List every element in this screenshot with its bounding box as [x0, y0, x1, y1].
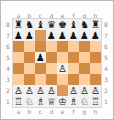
- square-b5[interactable]: [24, 52, 35, 63]
- square-g7-piece-p[interactable]: ♟: [79, 30, 90, 41]
- square-g6[interactable]: [79, 41, 90, 52]
- square-f4[interactable]: [68, 63, 79, 74]
- square-b1-piece-N[interactable]: ♘: [24, 96, 35, 107]
- square-a2-piece-P[interactable]: ♙: [13, 85, 24, 96]
- square-a7-piece-p[interactable]: ♟: [13, 30, 24, 41]
- file-label-g: g: [79, 108, 90, 115]
- file-label-g: g: [79, 12, 90, 19]
- square-h3[interactable]: [90, 74, 101, 85]
- square-g5[interactable]: [79, 52, 90, 63]
- rank-label-1: 1: [4, 96, 12, 107]
- rank-label-4: 4: [4, 63, 12, 74]
- square-e4-piece-P[interactable]: ♙: [57, 63, 68, 74]
- square-d4[interactable]: [46, 63, 57, 74]
- chess-board[interactable]: ♜♞♝♛♚♝♞♜♟♟♟♟♟♟♟♟♙♙♙♙♙♙♙♙♖♘♗♕♔♗♘♖: [13, 19, 101, 107]
- chess-widget: { "game": "chess", "position": { "fen": …: [0, 0, 114, 120]
- file-label-f: f: [68, 12, 79, 19]
- square-e8-piece-k[interactable]: ♚: [57, 19, 68, 30]
- file-label-h: h: [90, 108, 101, 115]
- square-c1-piece-B[interactable]: ♗: [35, 96, 46, 107]
- square-h8-piece-r[interactable]: ♜: [90, 19, 101, 30]
- square-g4[interactable]: [79, 63, 90, 74]
- square-e7-piece-p[interactable]: ♟: [57, 30, 68, 41]
- square-c5-piece-p[interactable]: ♟: [35, 52, 46, 63]
- square-h2-piece-P[interactable]: ♙: [90, 85, 101, 96]
- rank-label-4: 4: [102, 63, 110, 74]
- file-label-a: a: [13, 108, 24, 115]
- square-h1-piece-R[interactable]: ♖: [90, 96, 101, 107]
- square-d1-piece-Q[interactable]: ♕: [46, 96, 57, 107]
- file-label-c: c: [35, 108, 46, 115]
- square-d6[interactable]: [46, 41, 57, 52]
- rank-label-6: 6: [4, 41, 12, 52]
- square-a4[interactable]: [13, 63, 24, 74]
- rank-label-5: 5: [4, 52, 12, 63]
- square-b4[interactable]: [24, 63, 35, 74]
- rank-labels-left: 87654321: [4, 19, 12, 107]
- square-e2[interactable]: [57, 85, 68, 96]
- square-d7-piece-p[interactable]: ♟: [46, 30, 57, 41]
- square-d3[interactable]: [46, 74, 57, 85]
- file-label-c: c: [35, 12, 46, 19]
- square-h7-piece-p[interactable]: ♟: [90, 30, 101, 41]
- square-h5[interactable]: [90, 52, 101, 63]
- rank-label-7: 7: [102, 30, 110, 41]
- square-a5[interactable]: [13, 52, 24, 63]
- square-f8-piece-b[interactable]: ♝: [68, 19, 79, 30]
- rank-label-2: 2: [4, 85, 12, 96]
- rank-label-5: 5: [102, 52, 110, 63]
- square-h6[interactable]: [90, 41, 101, 52]
- rank-label-3: 3: [102, 74, 110, 85]
- square-a6[interactable]: [13, 41, 24, 52]
- square-a3[interactable]: [13, 74, 24, 85]
- square-e5[interactable]: [57, 52, 68, 63]
- square-d5[interactable]: [46, 52, 57, 63]
- rank-label-7: 7: [4, 30, 12, 41]
- square-c7[interactable]: [35, 30, 46, 41]
- square-e6[interactable]: [57, 41, 68, 52]
- rank-label-6: 6: [102, 41, 110, 52]
- file-labels-bottom: abcdefgh: [13, 108, 101, 115]
- square-g2-piece-P[interactable]: ♙: [79, 85, 90, 96]
- rank-label-1: 1: [102, 96, 110, 107]
- square-g8-piece-n[interactable]: ♞: [79, 19, 90, 30]
- square-d2-piece-P[interactable]: ♙: [46, 85, 57, 96]
- file-label-d: d: [46, 12, 57, 19]
- square-b8-piece-n[interactable]: ♞: [24, 19, 35, 30]
- square-c3[interactable]: [35, 74, 46, 85]
- square-e1-piece-K[interactable]: ♔: [57, 96, 68, 107]
- square-a8-piece-r[interactable]: ♜: [13, 19, 24, 30]
- square-c2-piece-P[interactable]: ♙: [35, 85, 46, 96]
- file-label-a: a: [13, 12, 24, 19]
- file-label-d: d: [46, 108, 57, 115]
- square-f2-piece-P[interactable]: ♙: [68, 85, 79, 96]
- square-f5[interactable]: [68, 52, 79, 63]
- square-b6[interactable]: [24, 41, 35, 52]
- square-a1-piece-R[interactable]: ♖: [13, 96, 24, 107]
- square-d8-piece-q[interactable]: ♛: [46, 19, 57, 30]
- square-c4[interactable]: [35, 63, 46, 74]
- square-g3[interactable]: [79, 74, 90, 85]
- square-f1-piece-B[interactable]: ♗: [68, 96, 79, 107]
- file-label-e: e: [57, 12, 68, 19]
- square-g1-piece-N[interactable]: ♘: [79, 96, 90, 107]
- square-f3[interactable]: [68, 74, 79, 85]
- square-b3[interactable]: [24, 74, 35, 85]
- square-c6[interactable]: [35, 41, 46, 52]
- file-label-f: f: [68, 108, 79, 115]
- file-label-e: e: [57, 108, 68, 115]
- file-label-b: b: [24, 108, 35, 115]
- rank-label-8: 8: [4, 19, 12, 30]
- file-label-b: b: [24, 12, 35, 19]
- file-labels-top: abcdefgh: [13, 12, 101, 19]
- square-e3[interactable]: [57, 74, 68, 85]
- rank-labels-right: 87654321: [102, 19, 110, 107]
- square-f6[interactable]: [68, 41, 79, 52]
- rank-label-8: 8: [102, 19, 110, 30]
- file-label-h: h: [90, 12, 101, 19]
- square-b2-piece-P[interactable]: ♙: [24, 85, 35, 96]
- rank-label-2: 2: [102, 85, 110, 96]
- rank-label-3: 3: [4, 74, 12, 85]
- square-h4[interactable]: [90, 63, 101, 74]
- square-b7-piece-p[interactable]: ♟: [24, 30, 35, 41]
- square-f7-piece-p[interactable]: ♟: [68, 30, 79, 41]
- square-c8-piece-b[interactable]: ♝: [35, 19, 46, 30]
